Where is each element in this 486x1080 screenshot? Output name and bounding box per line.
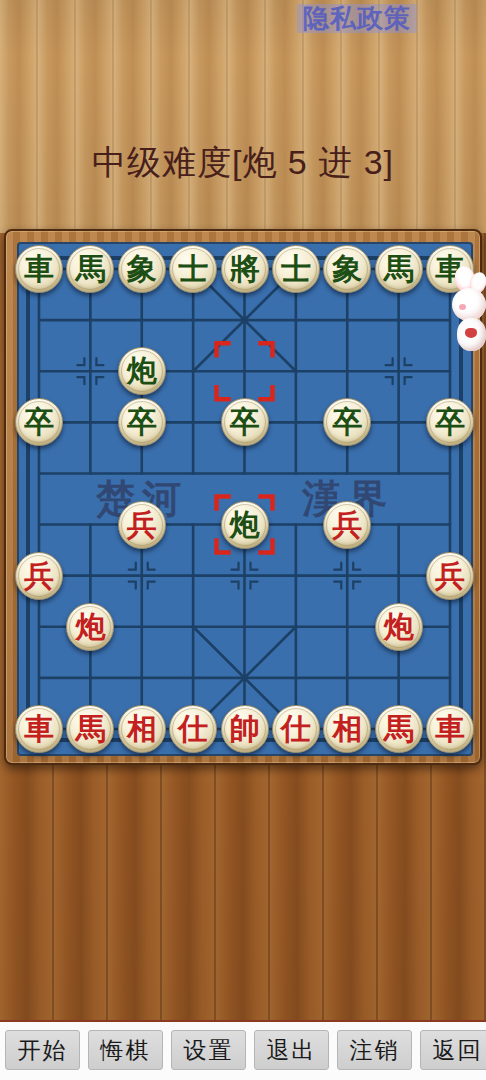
piece-black-general[interactable]: 將	[221, 245, 269, 293]
app-screen: 隐私政策 中级难度[炮 5 进 3] 楚河 漢界 車馬象士將士象馬車炮卒卒卒卒卒…	[0, 0, 486, 1080]
piece-red-chariot[interactable]: 車	[426, 705, 474, 753]
piece-black-soldier[interactable]: 卒	[118, 398, 166, 446]
piece-black-chariot[interactable]: 車	[15, 245, 63, 293]
settings-button[interactable]: 设置	[171, 1030, 246, 1070]
piece-black-advisor[interactable]: 士	[169, 245, 217, 293]
piece-black-elephant[interactable]: 象	[323, 245, 371, 293]
piece-red-elephant[interactable]: 相	[323, 705, 371, 753]
piece-red-horse[interactable]: 馬	[66, 705, 114, 753]
piece-black-cannon[interactable]: 炮	[118, 347, 166, 395]
piece-red-advisor[interactable]: 仕	[169, 705, 217, 753]
xiangqi-board[interactable]: 楚河 漢界 車馬象士將士象馬車炮卒卒卒卒卒炮兵兵兵兵炮炮車馬相仕帥仕相馬車	[4, 229, 482, 765]
piece-black-elephant[interactable]: 象	[118, 245, 166, 293]
piece-black-soldier[interactable]: 卒	[221, 398, 269, 446]
piece-black-chariot[interactable]: 車	[426, 245, 474, 293]
exit-button[interactable]: 退出	[254, 1030, 329, 1070]
piece-red-cannon[interactable]: 炮	[375, 603, 423, 651]
bottom-toolbar: 开始悔棋设置退出注销返回	[0, 1020, 486, 1080]
piece-red-elephant[interactable]: 相	[118, 705, 166, 753]
privacy-policy-link[interactable]: 隐私政策	[297, 4, 417, 33]
piece-black-horse[interactable]: 馬	[66, 245, 114, 293]
start-button[interactable]: 开始	[5, 1030, 80, 1070]
piece-black-soldier[interactable]: 卒	[15, 398, 63, 446]
piece-black-cannon[interactable]: 炮	[221, 501, 269, 549]
piece-red-soldier[interactable]: 兵	[15, 552, 63, 600]
undo-button[interactable]: 悔棋	[88, 1030, 163, 1070]
piece-red-soldier[interactable]: 兵	[323, 501, 371, 549]
piece-black-horse[interactable]: 馬	[375, 245, 423, 293]
piece-red-horse[interactable]: 馬	[375, 705, 423, 753]
piece-black-soldier[interactable]: 卒	[323, 398, 371, 446]
logout-button[interactable]: 注销	[337, 1030, 412, 1070]
piece-red-soldier[interactable]: 兵	[118, 501, 166, 549]
piece-red-soldier[interactable]: 兵	[426, 552, 474, 600]
piece-black-soldier[interactable]: 卒	[426, 398, 474, 446]
piece-red-advisor[interactable]: 仕	[272, 705, 320, 753]
piece-black-advisor[interactable]: 士	[272, 245, 320, 293]
difficulty-move-title: 中级难度[炮 5 进 3]	[0, 140, 486, 186]
piece-layer: 車馬象士將士象馬車炮卒卒卒卒卒炮兵兵兵兵炮炮車馬相仕帥仕相馬車	[6, 231, 480, 763]
piece-red-chariot[interactable]: 車	[15, 705, 63, 753]
piece-red-cannon[interactable]: 炮	[66, 603, 114, 651]
back-button[interactable]: 返回	[420, 1030, 486, 1070]
background-wood-top	[0, 0, 486, 233]
piece-red-general[interactable]: 帥	[221, 705, 269, 753]
